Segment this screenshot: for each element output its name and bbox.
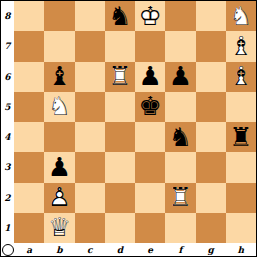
black-pawn[interactable]: ♟ [165, 62, 195, 92]
square-c7[interactable] [75, 31, 105, 61]
square-c6[interactable] [75, 62, 105, 92]
square-h4[interactable]: ♜ [226, 122, 256, 152]
square-g2[interactable] [196, 183, 226, 213]
black-knight-glyph: ♞ [165, 122, 195, 152]
square-b1[interactable]: ♛♕ [44, 213, 74, 243]
square-b3[interactable]: ♟ [44, 152, 74, 182]
white-pawn[interactable]: ♟♙ [44, 183, 74, 213]
file-label-d: d [105, 243, 135, 256]
file-label-e: e [135, 243, 165, 256]
file-label-c: c [75, 243, 105, 256]
chess-board[interactable]: ♞♚♔♞♘♝♗♝♜♖♟♟♝♗♞♘♚♞♜♟♟♙♜♖♛♕ [14, 1, 256, 243]
square-e1[interactable] [135, 213, 165, 243]
square-e8[interactable]: ♚♔ [135, 1, 165, 31]
square-d4[interactable] [105, 122, 135, 152]
rank-label-3: 3 [1, 152, 14, 182]
square-c5[interactable] [75, 92, 105, 122]
square-b2[interactable]: ♟♙ [44, 183, 74, 213]
white-bishop[interactable]: ♝♗ [226, 62, 256, 92]
black-king[interactable]: ♚ [135, 92, 165, 122]
white-bishop-outline: ♗ [226, 62, 256, 92]
white-king[interactable]: ♚♔ [135, 1, 165, 31]
square-g1[interactable] [196, 213, 226, 243]
square-g3[interactable] [196, 152, 226, 182]
square-e3[interactable] [135, 152, 165, 182]
file-label-b: b [44, 243, 74, 256]
file-label-g: g [196, 243, 226, 256]
white-knight-outline: ♘ [226, 1, 256, 31]
square-d1[interactable] [105, 213, 135, 243]
rank-label-1: 1 [1, 213, 14, 243]
black-knight[interactable]: ♞ [105, 1, 135, 31]
square-f6[interactable]: ♟ [165, 62, 195, 92]
white-knight[interactable]: ♞♘ [44, 92, 74, 122]
square-a4[interactable] [14, 122, 44, 152]
rank-label-2: 2 [1, 183, 14, 213]
rank-label-4: 4 [1, 122, 14, 152]
square-d2[interactable] [105, 183, 135, 213]
square-g5[interactable] [196, 92, 226, 122]
square-g6[interactable] [196, 62, 226, 92]
black-knight-glyph: ♞ [105, 1, 135, 31]
square-c4[interactable] [75, 122, 105, 152]
square-d5[interactable] [105, 92, 135, 122]
square-c2[interactable] [75, 183, 105, 213]
square-a3[interactable] [14, 152, 44, 182]
white-queen-outline: ♕ [44, 213, 74, 243]
white-pawn-outline: ♙ [44, 183, 74, 213]
square-f4[interactable]: ♞ [165, 122, 195, 152]
square-c8[interactable] [75, 1, 105, 31]
square-c1[interactable] [75, 213, 105, 243]
square-f7[interactable] [165, 31, 195, 61]
white-knight-outline: ♘ [44, 92, 74, 122]
file-labels: abcdefgh [14, 243, 256, 256]
white-king-outline: ♔ [135, 1, 165, 31]
square-b6[interactable]: ♝ [44, 62, 74, 92]
square-h2[interactable] [226, 183, 256, 213]
black-pawn[interactable]: ♟ [135, 62, 165, 92]
black-pawn-glyph: ♟ [165, 62, 195, 92]
square-h5[interactable] [226, 92, 256, 122]
black-king-glyph: ♚ [135, 92, 165, 122]
square-a6[interactable] [14, 62, 44, 92]
black-rook[interactable]: ♜ [226, 122, 256, 152]
rank-labels: 87654321 [1, 1, 14, 243]
black-bishop-glyph: ♝ [44, 62, 74, 92]
white-rook[interactable]: ♜♖ [105, 62, 135, 92]
white-knight[interactable]: ♞♘ [226, 1, 256, 31]
square-d7[interactable] [105, 31, 135, 61]
square-h8[interactable]: ♞♘ [226, 1, 256, 31]
rank-label-7: 7 [1, 31, 14, 61]
file-label-h: h [226, 243, 256, 256]
chess-diagram: 87654321 ♞♚♔♞♘♝♗♝♜♖♟♟♝♗♞♘♚♞♜♟♟♙♜♖♛♕ abcd… [0, 0, 257, 257]
square-h7[interactable]: ♝♗ [226, 31, 256, 61]
white-bishop-outline: ♗ [226, 31, 256, 61]
rank-label-6: 6 [1, 62, 14, 92]
square-c3[interactable] [75, 152, 105, 182]
square-b7[interactable] [44, 31, 74, 61]
square-a7[interactable] [14, 31, 44, 61]
turn-indicator-area [1, 243, 14, 256]
square-f2[interactable]: ♜♖ [165, 183, 195, 213]
square-f3[interactable] [165, 152, 195, 182]
black-rook-glyph: ♜ [226, 122, 256, 152]
black-pawn[interactable]: ♟ [44, 152, 74, 182]
white-rook-outline: ♖ [165, 183, 195, 213]
square-h1[interactable] [226, 213, 256, 243]
white-bishop[interactable]: ♝♗ [226, 31, 256, 61]
square-e2[interactable] [135, 183, 165, 213]
square-f8[interactable] [165, 1, 195, 31]
black-bishop[interactable]: ♝ [44, 62, 74, 92]
square-e6[interactable]: ♟ [135, 62, 165, 92]
file-label-f: f [165, 243, 195, 256]
square-a1[interactable] [14, 213, 44, 243]
square-d6[interactable]: ♜♖ [105, 62, 135, 92]
rank-label-8: 8 [1, 1, 14, 31]
white-to-move-indicator [2, 244, 14, 256]
square-e5[interactable]: ♚ [135, 92, 165, 122]
square-a5[interactable] [14, 92, 44, 122]
square-e4[interactable] [135, 122, 165, 152]
black-pawn-glyph: ♟ [44, 152, 74, 182]
square-b4[interactable] [44, 122, 74, 152]
square-g4[interactable] [196, 122, 226, 152]
square-h6[interactable]: ♝♗ [226, 62, 256, 92]
square-f5[interactable] [165, 92, 195, 122]
square-d3[interactable] [105, 152, 135, 182]
square-h3[interactable] [226, 152, 256, 182]
square-b8[interactable] [44, 1, 74, 31]
rank-label-5: 5 [1, 92, 14, 122]
square-g8[interactable] [196, 1, 226, 31]
square-a8[interactable] [14, 1, 44, 31]
black-pawn-glyph: ♟ [135, 62, 165, 92]
square-d8[interactable]: ♞ [105, 1, 135, 31]
white-rook[interactable]: ♜♖ [165, 183, 195, 213]
square-g7[interactable] [196, 31, 226, 61]
white-queen[interactable]: ♛♕ [44, 213, 74, 243]
file-label-a: a [14, 243, 44, 256]
square-f1[interactable] [165, 213, 195, 243]
black-knight[interactable]: ♞ [165, 122, 195, 152]
square-b5[interactable]: ♞♘ [44, 92, 74, 122]
square-e7[interactable] [135, 31, 165, 61]
white-rook-outline: ♖ [105, 62, 135, 92]
square-a2[interactable] [14, 183, 44, 213]
